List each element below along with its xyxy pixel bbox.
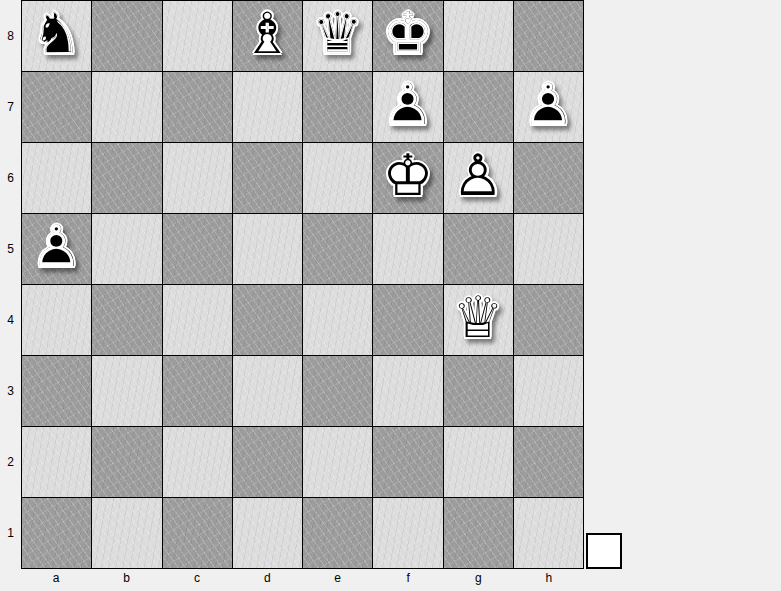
- piece-black-queen[interactable]: ♛♕: [303, 1, 372, 71]
- piece-black-knight[interactable]: ♞♘: [22, 1, 91, 71]
- square-h6[interactable]: [514, 143, 583, 213]
- square-b7[interactable]: [92, 72, 161, 142]
- file-label-f: f: [373, 569, 443, 589]
- file-label-b: b: [91, 569, 161, 589]
- piece-detail-glyph: ♙: [31, 218, 82, 275]
- square-f4[interactable]: [373, 285, 442, 355]
- file-label-h: h: [514, 569, 584, 589]
- turn-indicator-white: [586, 533, 622, 569]
- square-h1[interactable]: [514, 498, 583, 568]
- square-c2[interactable]: [163, 427, 232, 497]
- square-e4[interactable]: [303, 285, 372, 355]
- rank-labels: 87654321: [0, 0, 21, 569]
- square-a4[interactable]: [22, 285, 91, 355]
- square-d3[interactable]: [233, 356, 302, 426]
- square-e3[interactable]: [303, 356, 372, 426]
- square-d1[interactable]: [233, 498, 302, 568]
- square-h7[interactable]: ♟♙: [514, 72, 583, 142]
- square-e5[interactable]: [303, 214, 372, 284]
- square-c3[interactable]: [163, 356, 232, 426]
- square-c8[interactable]: [163, 1, 232, 71]
- rank-label-7: 7: [0, 71, 21, 142]
- square-a2[interactable]: [22, 427, 91, 497]
- file-labels: abcdefgh: [21, 569, 584, 589]
- square-a1[interactable]: [22, 498, 91, 568]
- file-label-e: e: [303, 569, 373, 589]
- square-e1[interactable]: [303, 498, 372, 568]
- square-e8[interactable]: ♛♕: [303, 1, 372, 71]
- square-d4[interactable]: [233, 285, 302, 355]
- square-g7[interactable]: [444, 72, 513, 142]
- square-b3[interactable]: [92, 356, 161, 426]
- square-d8[interactable]: ♝♗: [233, 1, 302, 71]
- square-g8[interactable]: [444, 1, 513, 71]
- piece-black-king[interactable]: ♚♔: [373, 1, 442, 71]
- square-f1[interactable]: [373, 498, 442, 568]
- square-b2[interactable]: [92, 427, 161, 497]
- piece-white-bishop[interactable]: ♝♗: [233, 1, 302, 71]
- piece-black-pawn[interactable]: ♟♙: [373, 72, 442, 142]
- file-label-a: a: [21, 569, 91, 589]
- piece-black-pawn[interactable]: ♟♙: [514, 72, 583, 142]
- rank-label-2: 2: [0, 427, 21, 498]
- square-d7[interactable]: [233, 72, 302, 142]
- square-a8[interactable]: ♞♘: [22, 1, 91, 71]
- square-g2[interactable]: [444, 427, 513, 497]
- square-c1[interactable]: [163, 498, 232, 568]
- square-b6[interactable]: [92, 143, 161, 213]
- piece-detail-glyph: ♘: [31, 5, 82, 62]
- piece-detail-glyph: ♔: [382, 147, 433, 204]
- piece-black-pawn[interactable]: ♟♙: [22, 214, 91, 284]
- square-b5[interactable]: [92, 214, 161, 284]
- square-a6[interactable]: [22, 143, 91, 213]
- square-c4[interactable]: [163, 285, 232, 355]
- square-a7[interactable]: [22, 72, 91, 142]
- square-d6[interactable]: [233, 143, 302, 213]
- square-c6[interactable]: [163, 143, 232, 213]
- piece-detail-glyph: ♗: [242, 5, 293, 62]
- piece-detail-glyph: ♕: [312, 5, 363, 62]
- square-g4[interactable]: ♛♕: [444, 285, 513, 355]
- square-h2[interactable]: [514, 427, 583, 497]
- square-g1[interactable]: [444, 498, 513, 568]
- square-g6[interactable]: ♟♙: [444, 143, 513, 213]
- rank-label-3: 3: [0, 356, 21, 427]
- file-label-d: d: [232, 569, 302, 589]
- square-h3[interactable]: [514, 356, 583, 426]
- rank-label-8: 8: [0, 0, 21, 71]
- square-f3[interactable]: [373, 356, 442, 426]
- square-b4[interactable]: [92, 285, 161, 355]
- square-b1[interactable]: [92, 498, 161, 568]
- square-h8[interactable]: [514, 1, 583, 71]
- rank-label-4: 4: [0, 285, 21, 356]
- square-c5[interactable]: [163, 214, 232, 284]
- square-f8[interactable]: ♚♔: [373, 1, 442, 71]
- square-f2[interactable]: [373, 427, 442, 497]
- square-g5[interactable]: [444, 214, 513, 284]
- piece-white-king[interactable]: ♚♔: [373, 143, 442, 213]
- square-e7[interactable]: [303, 72, 372, 142]
- piece-detail-glyph: ♙: [453, 147, 504, 204]
- square-d5[interactable]: [233, 214, 302, 284]
- rank-label-6: 6: [0, 142, 21, 213]
- square-h4[interactable]: [514, 285, 583, 355]
- chess-board: ♞♘♝♗♛♕♚♔♟♙♟♙♚♔♟♙♟♙♛♕: [21, 0, 584, 569]
- square-b8[interactable]: [92, 1, 161, 71]
- square-e6[interactable]: [303, 143, 372, 213]
- file-label-c: c: [162, 569, 232, 589]
- square-d2[interactable]: [233, 427, 302, 497]
- square-e2[interactable]: [303, 427, 372, 497]
- square-f5[interactable]: [373, 214, 442, 284]
- rank-label-5: 5: [0, 213, 21, 284]
- rank-label-1: 1: [0, 498, 21, 569]
- square-g3[interactable]: [444, 356, 513, 426]
- file-label-g: g: [443, 569, 513, 589]
- piece-detail-glyph: ♙: [523, 76, 574, 133]
- piece-white-pawn[interactable]: ♟♙: [444, 143, 513, 213]
- piece-detail-glyph: ♔: [382, 5, 433, 62]
- square-a5[interactable]: ♟♙: [22, 214, 91, 284]
- piece-detail-glyph: ♕: [453, 289, 504, 346]
- square-c7[interactable]: [163, 72, 232, 142]
- square-h5[interactable]: [514, 214, 583, 284]
- piece-detail-glyph: ♙: [382, 76, 433, 133]
- square-f6[interactable]: ♚♔: [373, 143, 442, 213]
- square-f7[interactable]: ♟♙: [373, 72, 442, 142]
- piece-white-queen[interactable]: ♛♕: [444, 285, 513, 355]
- square-a3[interactable]: [22, 356, 91, 426]
